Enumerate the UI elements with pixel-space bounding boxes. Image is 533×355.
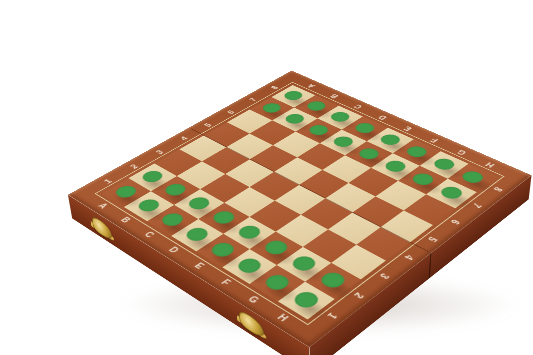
black-pawn-icon: ♟: [438, 157, 468, 196]
chess-set-photo: ABCDEFGH ABCDEFGH 87654321 87654321 ♜♞♝♛…: [0, 0, 533, 355]
black-pawn-icon: ♟: [410, 144, 439, 182]
white-rook-icon: ♜: [286, 252, 327, 305]
fold-seam: [429, 253, 431, 279]
